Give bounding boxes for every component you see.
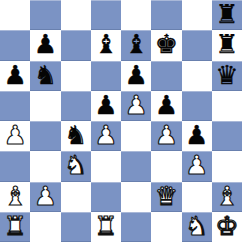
square-d5[interactable]: ♟ [91,91,121,121]
square-g7[interactable] [182,30,212,60]
square-h8[interactable]: ♜ [212,0,242,30]
square-a2[interactable]: ♝ [0,182,30,212]
square-g5[interactable] [182,91,212,121]
square-e6[interactable]: ♟ [121,61,151,91]
white-pawn[interactable]: ♟ [185,152,208,178]
square-e7[interactable]: ♝ [121,30,151,60]
square-d2[interactable] [91,182,121,212]
square-b6[interactable]: ♞ [30,61,60,91]
square-b5[interactable] [30,91,60,121]
black-pawn[interactable]: ♟ [185,122,208,148]
black-pawn[interactable]: ♟ [155,92,178,118]
square-e8[interactable] [121,0,151,30]
black-king[interactable]: ♚ [155,31,178,57]
square-b1[interactable] [30,212,60,242]
square-b7[interactable]: ♟ [30,30,60,60]
black-pawn[interactable]: ♟ [94,92,117,118]
square-c3[interactable]: ♞ [61,151,91,181]
square-h4[interactable] [212,121,242,151]
black-knight[interactable]: ♞ [64,122,87,148]
square-a4[interactable]: ♟ [0,121,30,151]
square-g6[interactable] [182,61,212,91]
square-b4[interactable] [30,121,60,151]
square-f7[interactable]: ♚ [151,30,181,60]
square-b2[interactable]: ♟ [30,182,60,212]
white-rook[interactable]: ♜ [94,213,117,239]
white-pawn[interactable]: ♟ [34,183,57,209]
square-h6[interactable]: ♛ [212,61,242,91]
square-c8[interactable] [61,0,91,30]
black-pawn[interactable]: ♟ [3,62,26,88]
square-a8[interactable] [0,0,30,30]
square-d6[interactable] [91,61,121,91]
square-d3[interactable] [91,151,121,181]
square-d1[interactable]: ♜ [91,212,121,242]
white-knight[interactable]: ♞ [185,213,208,239]
white-pawn[interactable]: ♟ [3,122,26,148]
square-g2[interactable] [182,182,212,212]
white-pawn[interactable]: ♟ [94,122,117,148]
square-e4[interactable] [121,121,151,151]
white-king[interactable]: ♚ [215,213,238,239]
square-h7[interactable]: ♜ [212,30,242,60]
square-a5[interactable] [0,91,30,121]
square-d8[interactable] [91,0,121,30]
square-h3[interactable] [212,151,242,181]
black-queen[interactable]: ♛ [215,62,238,88]
square-c7[interactable] [61,30,91,60]
white-pawn[interactable]: ♟ [124,92,147,118]
square-h5[interactable] [212,91,242,121]
square-g3[interactable]: ♟ [182,151,212,181]
black-rook[interactable]: ♜ [215,31,238,57]
square-c6[interactable] [61,61,91,91]
black-bishop[interactable]: ♝ [94,31,117,57]
square-c5[interactable] [61,91,91,121]
square-c2[interactable] [61,182,91,212]
black-rook[interactable]: ♜ [215,1,238,27]
square-b8[interactable] [30,0,60,30]
square-h1[interactable]: ♚ [212,212,242,242]
square-c1[interactable] [61,212,91,242]
chess-board: ♜♟♝♝♚♜♟♞♟♛♟♟♟♟♞♟♟♟♞♟♝♟♛♝♜♜♞♚ [0,0,242,242]
square-e5[interactable]: ♟ [121,91,151,121]
square-f2[interactable]: ♛ [151,182,181,212]
white-rook[interactable]: ♜ [3,213,26,239]
square-h2[interactable]: ♝ [212,182,242,212]
black-pawn[interactable]: ♟ [34,31,57,57]
black-bishop[interactable]: ♝ [124,31,147,57]
white-queen[interactable]: ♛ [155,183,178,209]
square-f8[interactable] [151,0,181,30]
square-c4[interactable]: ♞ [61,121,91,151]
square-b3[interactable] [30,151,60,181]
white-bishop[interactable]: ♝ [215,183,238,209]
square-a1[interactable]: ♜ [0,212,30,242]
square-a7[interactable] [0,30,30,60]
square-e2[interactable] [121,182,151,212]
square-f4[interactable]: ♟ [151,121,181,151]
black-knight[interactable]: ♞ [34,62,57,88]
square-e1[interactable] [121,212,151,242]
black-pawn[interactable]: ♟ [124,62,147,88]
square-f5[interactable]: ♟ [151,91,181,121]
square-d4[interactable]: ♟ [91,121,121,151]
square-g8[interactable] [182,0,212,30]
square-e3[interactable] [121,151,151,181]
square-f3[interactable] [151,151,181,181]
square-f6[interactable] [151,61,181,91]
square-g4[interactable]: ♟ [182,121,212,151]
square-g1[interactable]: ♞ [182,212,212,242]
white-knight[interactable]: ♞ [64,152,87,178]
square-a6[interactable]: ♟ [0,61,30,91]
white-pawn[interactable]: ♟ [155,122,178,148]
white-bishop[interactable]: ♝ [3,183,26,209]
square-a3[interactable] [0,151,30,181]
square-f1[interactable] [151,212,181,242]
square-d7[interactable]: ♝ [91,30,121,60]
